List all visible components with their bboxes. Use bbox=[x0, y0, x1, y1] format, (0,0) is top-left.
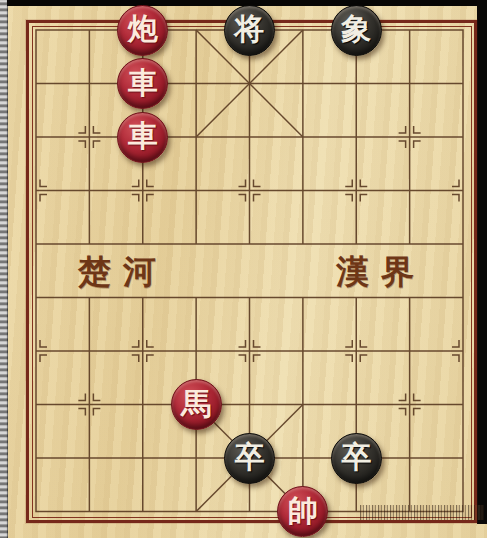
piece-glyph: 馬 bbox=[181, 389, 211, 419]
piece-red-chariot-lower[interactable]: 車 bbox=[117, 112, 168, 163]
piece-black-general[interactable]: 将 bbox=[224, 5, 275, 56]
piece-glyph: 帥 bbox=[288, 496, 318, 526]
piece-red-chariot-upper[interactable]: 車 bbox=[117, 58, 168, 109]
piece-glyph: 象 bbox=[341, 14, 371, 44]
piece-glyph: 炮 bbox=[128, 14, 158, 44]
watermark-noise bbox=[360, 505, 484, 520]
xiangqi-app-screen: 楚河 漢界 炮将象車車馬卒卒帥 bbox=[0, 0, 487, 538]
piece-red-cannon[interactable]: 炮 bbox=[117, 5, 168, 56]
piece-glyph: 卒 bbox=[341, 442, 371, 472]
piece-black-soldier-right[interactable]: 卒 bbox=[331, 433, 382, 484]
piece-black-soldier-left[interactable]: 卒 bbox=[224, 433, 275, 484]
piece-glyph: 将 bbox=[234, 14, 264, 44]
piece-glyph: 車 bbox=[128, 121, 158, 151]
xiangqi-board-intersections[interactable]: 炮将象車車馬卒卒帥 bbox=[9, 3, 487, 538]
piece-glyph: 車 bbox=[128, 68, 158, 98]
piece-glyph: 卒 bbox=[234, 442, 264, 472]
piece-black-elephant[interactable]: 象 bbox=[331, 5, 382, 56]
piece-red-horse[interactable]: 馬 bbox=[171, 379, 222, 430]
piece-red-general[interactable]: 帥 bbox=[277, 486, 328, 537]
